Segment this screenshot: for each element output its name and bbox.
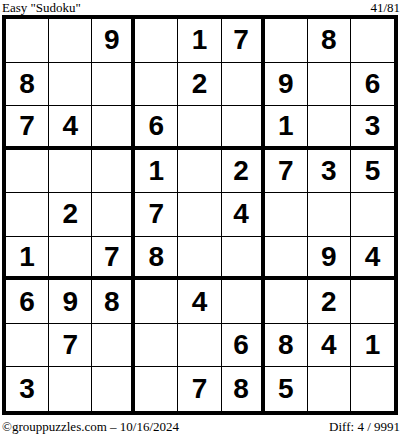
cell-r5c4: 7: [135, 193, 178, 237]
cell-r2c7: 9: [265, 63, 308, 107]
sudoku-page: Easy "Sudoku" 41/81 91788296746131273527…: [0, 0, 402, 437]
cell-r4c7: 7: [265, 150, 308, 194]
cell-r8c5[interactable]: [178, 324, 221, 368]
cell-r2c3[interactable]: [92, 63, 135, 107]
cell-r8c2: 7: [49, 324, 92, 368]
cell-r5c8[interactable]: [308, 193, 351, 237]
cell-r5c5[interactable]: [178, 193, 221, 237]
cell-r6c6[interactable]: [222, 237, 265, 281]
cell-r7c5: 4: [178, 280, 221, 324]
cell-r8c1[interactable]: [6, 324, 49, 368]
cell-r9c4[interactable]: [135, 367, 178, 411]
cell-r3c9: 3: [351, 106, 394, 150]
cell-r3c1: 7: [6, 106, 49, 150]
cell-r8c7: 8: [265, 324, 308, 368]
cell-r2c5: 2: [178, 63, 221, 107]
cell-r4c4: 1: [135, 150, 178, 194]
page-title: Easy "Sudoku": [2, 0, 81, 15]
cell-r7c7[interactable]: [265, 280, 308, 324]
cell-r9c1: 3: [6, 367, 49, 411]
cell-r1c6: 7: [222, 19, 265, 63]
cell-r2c4[interactable]: [135, 63, 178, 107]
cell-r5c7[interactable]: [265, 193, 308, 237]
cell-r8c4[interactable]: [135, 324, 178, 368]
cell-r1c9[interactable]: [351, 19, 394, 63]
header: Easy "Sudoku" 41/81: [2, 0, 400, 15]
cell-r9c6: 8: [222, 367, 265, 411]
cell-r5c6: 4: [222, 193, 265, 237]
cell-r4c3[interactable]: [92, 150, 135, 194]
cell-r1c7[interactable]: [265, 19, 308, 63]
cell-r7c9[interactable]: [351, 280, 394, 324]
footer: ©grouppuzzles.com – 10/16/2024 Diff: 4 /…: [2, 419, 400, 435]
cell-r8c6: 6: [222, 324, 265, 368]
cell-r3c2: 4: [49, 106, 92, 150]
cell-r1c8: 8: [308, 19, 351, 63]
cell-r2c9: 6: [351, 63, 394, 107]
cell-r2c8[interactable]: [308, 63, 351, 107]
cell-r5c3[interactable]: [92, 193, 135, 237]
cell-r9c5: 7: [178, 367, 221, 411]
cell-r8c9: 1: [351, 324, 394, 368]
cell-r7c1: 6: [6, 280, 49, 324]
cell-r1c2[interactable]: [49, 19, 92, 63]
cell-r1c4[interactable]: [135, 19, 178, 63]
cell-r1c1[interactable]: [6, 19, 49, 63]
cell-r2c1: 8: [6, 63, 49, 107]
cell-r3c5[interactable]: [178, 106, 221, 150]
cell-r9c8[interactable]: [308, 367, 351, 411]
cell-r1c3: 9: [92, 19, 135, 63]
difficulty-text: Diff: 4 / 9991: [329, 419, 400, 435]
cell-r7c2: 9: [49, 280, 92, 324]
cell-r6c2[interactable]: [49, 237, 92, 281]
cell-r1c5: 1: [178, 19, 221, 63]
cell-r9c7: 5: [265, 367, 308, 411]
cell-r4c1[interactable]: [6, 150, 49, 194]
cell-r3c6[interactable]: [222, 106, 265, 150]
cell-r9c2[interactable]: [49, 367, 92, 411]
cell-r5c2: 2: [49, 193, 92, 237]
cell-r7c8: 2: [308, 280, 351, 324]
cell-r5c1[interactable]: [6, 193, 49, 237]
cell-r6c4: 8: [135, 237, 178, 281]
cell-r9c3[interactable]: [92, 367, 135, 411]
cell-r3c4: 6: [135, 106, 178, 150]
cell-r2c6[interactable]: [222, 63, 265, 107]
cell-r6c5[interactable]: [178, 237, 221, 281]
cell-r6c3: 7: [92, 237, 135, 281]
cell-r7c6[interactable]: [222, 280, 265, 324]
cell-r3c7: 1: [265, 106, 308, 150]
cell-r8c3[interactable]: [92, 324, 135, 368]
cell-r4c6: 2: [222, 150, 265, 194]
cell-r4c8: 3: [308, 150, 351, 194]
clue-counter: 41/81: [370, 0, 400, 15]
cell-r6c1: 1: [6, 237, 49, 281]
cell-r3c8[interactable]: [308, 106, 351, 150]
cell-r7c4[interactable]: [135, 280, 178, 324]
cell-r6c9: 4: [351, 237, 394, 281]
sudoku-board: 9178829674613127352741789469842768413785: [2, 15, 398, 415]
cell-r3c3[interactable]: [92, 106, 135, 150]
cell-r5c9[interactable]: [351, 193, 394, 237]
cell-r6c8: 9: [308, 237, 351, 281]
credit-text: ©grouppuzzles.com – 10/16/2024: [2, 419, 179, 435]
cell-r6c7[interactable]: [265, 237, 308, 281]
cell-r8c8: 4: [308, 324, 351, 368]
cell-r7c3: 8: [92, 280, 135, 324]
cell-r4c9: 5: [351, 150, 394, 194]
cell-r2c2[interactable]: [49, 63, 92, 107]
cell-r4c2[interactable]: [49, 150, 92, 194]
cell-r4c5[interactable]: [178, 150, 221, 194]
cell-r9c9[interactable]: [351, 367, 394, 411]
